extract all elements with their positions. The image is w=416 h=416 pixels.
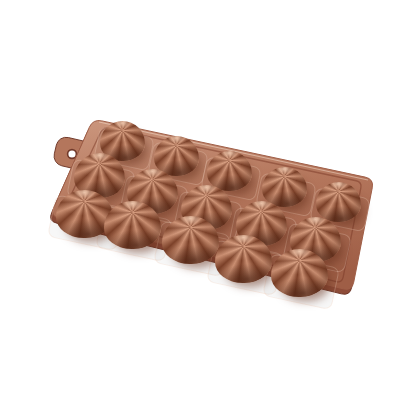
product-photo-stage xyxy=(0,0,416,416)
cavity-bump-r3c4 xyxy=(215,235,272,283)
cavity-bump-r3c5 xyxy=(271,249,328,297)
bumps-layer xyxy=(0,0,416,416)
cavity-bump-r3c3 xyxy=(162,216,219,264)
cavity-bump-r3c2 xyxy=(104,201,161,249)
cavity-bump-r1c5 xyxy=(316,182,361,222)
